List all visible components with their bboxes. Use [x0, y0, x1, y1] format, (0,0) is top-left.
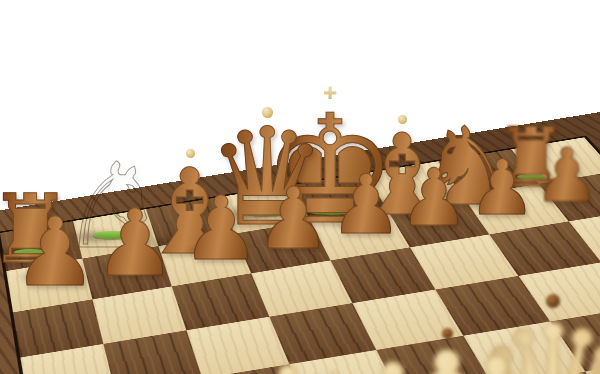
- piece-dark-pawn-b7[interactable]: ♟: [89, 198, 181, 290]
- piece-light-bishop-fg[interactable]: ♝: [370, 332, 525, 374]
- piece-dark-pawn-c7[interactable]: ♟: [177, 185, 265, 273]
- piece-dark-pawn-e7[interactable]: ♟: [325, 164, 407, 246]
- dark-queen-finial-ball: [262, 107, 273, 118]
- dark-bishop-f8-finial-ball: [398, 115, 407, 124]
- piece-dark-pawn-a7[interactable]: ♟: [8, 205, 103, 300]
- piece-dark-pawn-h7[interactable]: ♟: [530, 138, 600, 212]
- pieces-layer: ♜♟♞♝♟♚♛♟♟♞♟♝♟♜♟♟♞♝♟♛♟♟♝✚: [0, 0, 600, 374]
- light-bishop-finial-ball: [442, 328, 453, 339]
- chess-set-photo: ♜♟♞♝♟♚♛♟♟♞♟♝♟♜♟♟♞♝♟♛♟♟♝✚: [0, 0, 600, 374]
- dark-king-finial-cross: ✚: [322, 85, 339, 102]
- piece-dark-pawn-g7[interactable]: ♟: [464, 150, 540, 226]
- light-queen-finial-ball: [546, 294, 560, 308]
- dark-bishop-c8-finial-ball: [186, 149, 195, 158]
